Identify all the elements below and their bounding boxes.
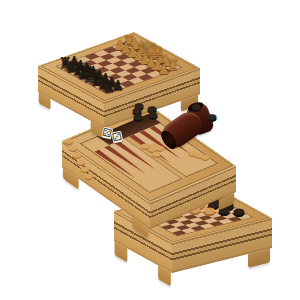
game-set-product-photo: ●●●●●●●●●●●●●●● ●●●●●●●●●●●●●● ♜♞♝♛♚♝♞♜♟… (0, 0, 300, 300)
backgammon-checker-dark: ● (148, 111, 158, 118)
dice-cup-mouth (158, 128, 179, 152)
die: ⚂ (111, 131, 123, 144)
backgammon-checker-dark: ● (207, 113, 217, 120)
accessories-overlay: ●●●●●●●⚄⚂ (0, 0, 300, 300)
backgammon-checker-dark: ● (133, 113, 143, 120)
backgammon-checker-dark: ● (191, 103, 201, 110)
